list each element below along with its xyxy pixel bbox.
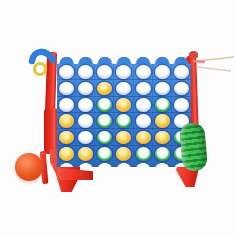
- empty-hole: [97, 65, 112, 79]
- spring-coil: [179, 122, 208, 172]
- yellow-disc: [136, 131, 151, 145]
- green-disc: [97, 147, 112, 161]
- product-photo-scene: [0, 0, 235, 235]
- yellow-disc: [59, 114, 74, 128]
- yellow-disc: [59, 131, 74, 145]
- green-disc: [97, 114, 112, 128]
- empty-hole: [136, 98, 151, 112]
- cell-r2c6: [153, 80, 172, 96]
- empty-hole: [78, 82, 93, 96]
- grid: [57, 64, 191, 162]
- cell-r6c5: [134, 146, 153, 162]
- empty-hole: [78, 98, 93, 112]
- cell-r1c7: [172, 64, 191, 80]
- cell-r1c5: [134, 64, 153, 80]
- green-disc: [116, 114, 131, 128]
- yellow-disc: [116, 98, 131, 112]
- cell-r1c3: [95, 64, 114, 80]
- empty-hole: [59, 65, 74, 79]
- cell-r4c2: [76, 113, 95, 129]
- yellow-disc: [155, 131, 170, 145]
- cell-r2c5: [134, 80, 153, 96]
- green-disc: [136, 147, 151, 161]
- left-post: [45, 52, 57, 116]
- cell-r5c1: [57, 129, 76, 145]
- cell-r4c1: [57, 113, 76, 129]
- cell-r2c4: [114, 80, 133, 96]
- empty-hole: [59, 98, 74, 112]
- yellow-disc: [78, 147, 93, 161]
- empty-hole: [155, 65, 170, 79]
- cell-r5c2: [76, 129, 95, 145]
- yellow-disc: [116, 147, 131, 161]
- toss-ring: [35, 64, 46, 75]
- cell-r6c3: [95, 146, 114, 162]
- green-disc: [155, 147, 170, 161]
- cell-r3c4: [114, 97, 133, 113]
- cell-r5c6: [153, 129, 172, 145]
- empty-hole: [116, 65, 131, 79]
- empty-hole: [155, 82, 170, 96]
- green-disc: [155, 98, 170, 112]
- empty-hole: [136, 114, 151, 128]
- cell-r4c3: [95, 113, 114, 129]
- cell-r6c2: [76, 146, 95, 162]
- cell-r3c6: [153, 97, 172, 113]
- cell-r5c4: [114, 129, 133, 145]
- cell-r4c4: [114, 113, 133, 129]
- cell-r6c6: [153, 146, 172, 162]
- yellow-disc: [116, 131, 131, 145]
- cell-r3c7: [172, 97, 191, 113]
- cell-r6c4: [114, 146, 133, 162]
- cell-r2c2: [76, 80, 95, 96]
- empty-hole: [59, 82, 74, 96]
- empty-hole: [78, 65, 93, 79]
- empty-hole: [174, 65, 189, 79]
- cell-r4c5: [134, 113, 153, 129]
- cell-r3c3: [95, 97, 114, 113]
- cell-r1c4: [114, 64, 133, 80]
- cell-r2c1: [57, 80, 76, 96]
- empty-hole: [116, 82, 131, 96]
- empty-hole: [174, 98, 189, 112]
- empty-hole: [78, 114, 93, 128]
- cell-r1c2: [76, 64, 95, 80]
- cell-r3c2: [76, 97, 95, 113]
- cell-r3c1: [57, 97, 76, 113]
- cell-r5c3: [95, 129, 114, 145]
- empty-hole: [174, 82, 189, 96]
- string-line-upper: [197, 57, 234, 61]
- empty-hole: [136, 82, 151, 96]
- empty-hole: [136, 65, 151, 79]
- yellow-disc: [59, 147, 74, 161]
- green-disc: [97, 98, 112, 112]
- cell-r2c3: [95, 80, 114, 96]
- yellow-disc: [155, 114, 170, 128]
- cell-r5c5: [134, 129, 153, 145]
- green-disc: [97, 131, 112, 145]
- cell-r6c1: [57, 146, 76, 162]
- string-line-lower: [197, 67, 231, 71]
- left-post-sleeve: [44, 108, 58, 154]
- ball: [15, 153, 43, 181]
- yellow-disc: [97, 82, 112, 96]
- cell-r2c7: [172, 80, 191, 96]
- cell-r1c1: [57, 64, 76, 80]
- cell-r1c6: [153, 64, 172, 80]
- cell-r3c5: [134, 97, 153, 113]
- empty-hole: [78, 131, 93, 145]
- cell-r4c6: [153, 113, 172, 129]
